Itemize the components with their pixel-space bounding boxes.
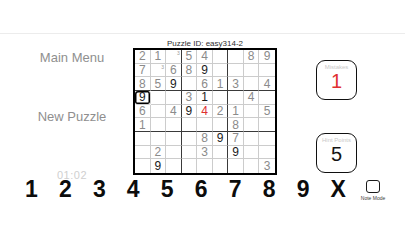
cell-r7c6[interactable]: 9 bbox=[213, 132, 229, 146]
cell-r3c5[interactable]: 6 bbox=[197, 77, 213, 91]
cell-digit: 3 bbox=[186, 91, 193, 103]
cell-digit: 7 bbox=[139, 64, 146, 76]
cell-digit: 8 bbox=[139, 78, 146, 90]
cell-r4c2[interactable] bbox=[151, 91, 167, 105]
cell-r8c6[interactable] bbox=[213, 146, 229, 160]
cell-r2c7[interactable] bbox=[228, 64, 244, 78]
cell-r6c3[interactable] bbox=[166, 118, 182, 132]
cell-r2c2[interactable]: 3 bbox=[151, 64, 167, 78]
puzzle-id-label: Puzzle ID: easy314-2 bbox=[133, 39, 277, 48]
cell-r8c7[interactable]: 9 bbox=[228, 146, 244, 160]
numpad-9[interactable]: 9 bbox=[297, 178, 310, 201]
note-mode-label: Note Mode bbox=[357, 195, 389, 201]
cell-digit: 8 bbox=[186, 64, 193, 76]
cell-r9c4[interactable] bbox=[182, 159, 198, 173]
cell-r1c1[interactable]: 2 bbox=[135, 50, 151, 64]
cell-r1c6[interactable] bbox=[213, 50, 229, 64]
cell-r1c7[interactable] bbox=[228, 50, 244, 64]
cell-r5c8[interactable] bbox=[244, 105, 260, 119]
cell-digit: 9 bbox=[170, 78, 177, 90]
cell-r9c6[interactable] bbox=[213, 159, 229, 173]
cell-r7c5[interactable]: 8 bbox=[197, 132, 213, 146]
cell-r8c9[interactable] bbox=[259, 146, 275, 160]
cell-r6c6[interactable] bbox=[213, 118, 229, 132]
cell-digit: 6 bbox=[201, 78, 208, 90]
hint-points-panel: Hint Points 5 bbox=[316, 133, 357, 173]
cell-r1c5[interactable]: 4 bbox=[197, 50, 213, 64]
cell-digit: 1 bbox=[139, 119, 146, 131]
number-pad: 123456789X bbox=[25, 178, 346, 201]
cell-r3c8[interactable] bbox=[244, 77, 260, 91]
cell-r3c6[interactable]: 1 bbox=[213, 77, 229, 91]
hint-points-count: 5 bbox=[317, 143, 356, 165]
cell-r7c3[interactable] bbox=[166, 132, 182, 146]
cell-r9c9[interactable]: 3 bbox=[259, 159, 275, 173]
pencil-note: 3 bbox=[177, 50, 180, 56]
cell-r6c9[interactable] bbox=[259, 118, 275, 132]
cell-digit: 7 bbox=[232, 132, 239, 144]
cell-digit: 8 bbox=[232, 119, 239, 131]
cell-digit: 1 bbox=[154, 50, 161, 62]
cell-r5c3[interactable]: 4 bbox=[166, 105, 182, 119]
cell-r2c8[interactable] bbox=[244, 64, 260, 78]
cell-r2c6[interactable] bbox=[213, 64, 229, 78]
cell-r6c7[interactable]: 8 bbox=[228, 118, 244, 132]
cell-r8c2[interactable]: 2 bbox=[151, 146, 167, 160]
numpad-4[interactable]: 4 bbox=[127, 178, 140, 201]
pencil-note: 3 bbox=[161, 64, 164, 70]
cell-r4c4[interactable]: 3 bbox=[182, 91, 198, 105]
cell-r7c1[interactable] bbox=[135, 132, 151, 146]
top-divider bbox=[0, 33, 405, 34]
cell-r8c3[interactable] bbox=[166, 146, 182, 160]
cell-r1c2[interactable]: 1 bbox=[151, 50, 167, 64]
cell-digit: 9 bbox=[186, 105, 193, 117]
cell-digit: 1 bbox=[217, 78, 224, 90]
cell-digit: 5 bbox=[154, 78, 161, 90]
cell-r1c8[interactable]: 8 bbox=[244, 50, 260, 64]
cell-r4c3[interactable] bbox=[166, 91, 182, 105]
numpad-8[interactable]: 8 bbox=[263, 178, 276, 201]
cell-r2c1[interactable]: 7 bbox=[135, 64, 151, 78]
cell-r7c9[interactable] bbox=[259, 132, 275, 146]
cell-r6c2[interactable] bbox=[151, 118, 167, 132]
cell-r8c8[interactable] bbox=[244, 146, 260, 160]
cell-digit: 3 bbox=[201, 146, 208, 158]
numpad-6[interactable]: 6 bbox=[195, 178, 208, 201]
cell-r5c9[interactable]: 5 bbox=[259, 105, 275, 119]
cell-r8c5[interactable]: 3 bbox=[197, 146, 213, 160]
cell-r2c5[interactable]: 9 bbox=[197, 64, 213, 78]
note-mode-control: Note Mode bbox=[357, 180, 389, 201]
cell-r5c2[interactable] bbox=[151, 105, 167, 119]
cell-digit: 2 bbox=[217, 105, 224, 117]
note-mode-checkbox[interactable] bbox=[366, 180, 380, 193]
cell-digit: 1 bbox=[232, 105, 239, 117]
cell-r3c2[interactable]: 5 bbox=[151, 77, 167, 91]
cell-r4c6[interactable] bbox=[213, 91, 229, 105]
cell-r5c4[interactable]: 9 bbox=[182, 105, 198, 119]
numpad-2[interactable]: 2 bbox=[59, 178, 72, 201]
cell-r3c3[interactable]: 9 bbox=[166, 77, 182, 91]
numpad-5[interactable]: 5 bbox=[161, 178, 174, 201]
cell-r1c9[interactable]: 9 bbox=[259, 50, 275, 64]
cell-digit: 4 bbox=[264, 78, 271, 90]
cell-digit: 9 bbox=[154, 160, 161, 172]
cell-r9c5[interactable] bbox=[197, 159, 213, 173]
cell-r2c4[interactable]: 8 bbox=[182, 64, 198, 78]
numpad-x[interactable]: X bbox=[331, 178, 346, 201]
cell-r4c8[interactable]: 4 bbox=[244, 91, 260, 105]
cell-digit: 6 bbox=[139, 105, 146, 117]
cell-digit: 9 bbox=[201, 64, 208, 76]
cell-digit: 4 bbox=[170, 105, 177, 117]
cell-r2c9[interactable] bbox=[259, 64, 275, 78]
cell-digit: 5 bbox=[186, 50, 193, 62]
cell-r9c7[interactable] bbox=[228, 159, 244, 173]
cell-r4c5[interactable]: 1 bbox=[197, 91, 213, 105]
sudoku-grid: 2135489736898596134931464942151889723993 bbox=[133, 48, 277, 175]
cell-r3c4[interactable] bbox=[182, 77, 198, 91]
cell-r8c1[interactable] bbox=[135, 146, 151, 160]
cell-digit: 2 bbox=[139, 50, 146, 62]
cell-digit: 9 bbox=[232, 146, 239, 158]
cell-r5c5[interactable]: 4 bbox=[197, 105, 213, 119]
numpad-7[interactable]: 7 bbox=[229, 178, 242, 201]
cell-digit: 8 bbox=[248, 50, 255, 62]
cell-r9c8[interactable] bbox=[244, 159, 260, 173]
cell-r9c3[interactable] bbox=[166, 159, 182, 173]
cell-r7c4[interactable] bbox=[182, 132, 198, 146]
cell-digit: 9 bbox=[264, 50, 271, 62]
cell-digit: 9 bbox=[217, 132, 224, 144]
cell-r7c2[interactable] bbox=[151, 132, 167, 146]
cell-r5c7[interactable]: 1 bbox=[228, 105, 244, 119]
cell-digit: 4 bbox=[201, 50, 208, 62]
cell-r6c1[interactable]: 1 bbox=[135, 118, 151, 132]
cell-digit: 9 bbox=[139, 91, 146, 103]
cell-r6c5[interactable] bbox=[197, 118, 213, 132]
cell-r7c8[interactable] bbox=[244, 132, 260, 146]
cell-digit: 8 bbox=[201, 132, 208, 144]
cell-r6c4[interactable] bbox=[182, 118, 198, 132]
mistakes-panel: Mistakes 1 bbox=[316, 60, 357, 100]
mistakes-count: 1 bbox=[317, 70, 356, 92]
cell-r3c9[interactable]: 4 bbox=[259, 77, 275, 91]
sudoku-app: Main Menu New Puzzle 01:02 Puzzle ID: ea… bbox=[0, 0, 405, 228]
cell-digit: 3 bbox=[264, 160, 271, 172]
cell-r6c8[interactable] bbox=[244, 118, 260, 132]
cell-r2c3[interactable]: 6 bbox=[166, 64, 182, 78]
cell-r4c1[interactable]: 9 bbox=[135, 91, 151, 105]
cell-r9c1[interactable] bbox=[135, 159, 151, 173]
cell-r1c4[interactable]: 5 bbox=[182, 50, 198, 64]
cell-r3c1[interactable]: 8 bbox=[135, 77, 151, 91]
cell-digit: 3 bbox=[232, 78, 239, 90]
cell-r5c1[interactable]: 6 bbox=[135, 105, 151, 119]
cell-r1c3[interactable]: 3 bbox=[166, 50, 182, 64]
cell-digit: 5 bbox=[264, 105, 271, 117]
cell-digit: 1 bbox=[201, 91, 208, 103]
cell-r7c7[interactable]: 7 bbox=[228, 132, 244, 146]
new-puzzle-button[interactable]: New Puzzle bbox=[36, 109, 108, 124]
cell-r4c7[interactable] bbox=[228, 91, 244, 105]
cell-digit: 6 bbox=[170, 64, 177, 76]
cell-r3c7[interactable]: 3 bbox=[228, 77, 244, 91]
cell-r5c6[interactable]: 2 bbox=[213, 105, 229, 119]
cell-digit: 2 bbox=[154, 146, 161, 158]
cell-r4c9[interactable] bbox=[259, 91, 275, 105]
cell-digit: 4 bbox=[248, 91, 255, 103]
cell-r9c2[interactable]: 9 bbox=[151, 159, 167, 173]
numpad-1[interactable]: 1 bbox=[25, 178, 38, 201]
numpad-3[interactable]: 3 bbox=[93, 178, 106, 201]
cell-digit: 4 bbox=[201, 105, 208, 117]
cell-r8c4[interactable] bbox=[182, 146, 198, 160]
main-menu-button[interactable]: Main Menu bbox=[36, 50, 108, 65]
